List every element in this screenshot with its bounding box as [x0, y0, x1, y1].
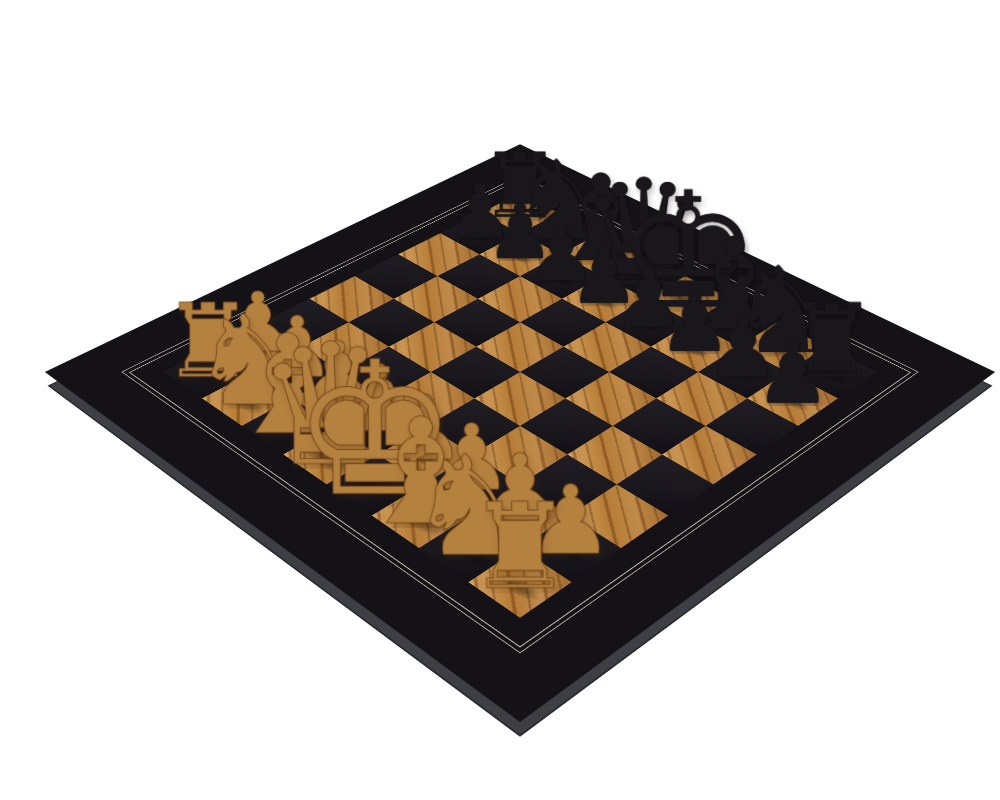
product-photo-stage: ♜♞♝♛♚♝♞♜♟♟♟♟♟♟♟♟♟♟♟♟♟♟♟♟♜♞♝♛♚♝♞♜ — [0, 0, 1000, 800]
board-surface: ♜♞♝♛♚♝♞♜♟♟♟♟♟♟♟♟♟♟♟♟♟♟♟♟♜♞♝♛♚♝♞♜ — [45, 144, 995, 722]
chess-board: ♜♞♝♛♚♝♞♜♟♟♟♟♟♟♟♟♟♟♟♟♟♟♟♟♜♞♝♛♚♝♞♜ — [45, 144, 995, 722]
scene-3d: ♜♞♝♛♚♝♞♜♟♟♟♟♟♟♟♟♟♟♟♟♟♟♟♟♜♞♝♛♚♝♞♜ — [0, 0, 1000, 800]
